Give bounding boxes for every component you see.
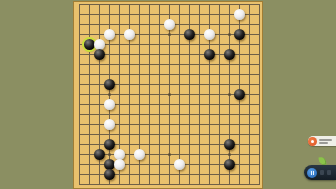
stone-black — [104, 79, 115, 90]
star-point — [108, 93, 111, 96]
notification-pill[interactable] — [308, 136, 336, 146]
go-board[interactable] — [73, 1, 263, 189]
stone-white — [174, 159, 185, 170]
star-point — [108, 153, 111, 156]
clock-icon-hand — [313, 171, 314, 175]
grid-line — [219, 4, 220, 185]
stone-black — [94, 49, 105, 60]
star-point — [168, 33, 171, 36]
clock-icon-hand — [311, 171, 312, 175]
record-icon — [308, 137, 317, 146]
notification-text-line — [319, 142, 328, 144]
stone-black — [94, 149, 105, 160]
stone-white — [104, 29, 115, 40]
star-point — [228, 153, 231, 156]
stone-white — [164, 19, 175, 30]
last-move-stone — [84, 39, 95, 50]
stone-black — [234, 89, 245, 100]
grid-line — [79, 134, 260, 135]
stone-white — [114, 159, 125, 170]
taskbar-widget[interactable] — [304, 165, 336, 180]
notification-text-line — [319, 139, 332, 141]
grid-line — [199, 4, 200, 185]
stone-black — [224, 49, 235, 60]
star-point — [228, 93, 231, 96]
grid-line — [259, 4, 260, 185]
stone-white — [134, 149, 145, 160]
widget-slot — [320, 170, 324, 175]
stone-white — [204, 29, 215, 40]
grid-line — [79, 184, 260, 185]
grid-line — [249, 4, 250, 185]
desktop-background — [0, 0, 336, 189]
grid-line — [179, 4, 180, 185]
stone-black — [224, 139, 235, 150]
stone-black — [184, 29, 195, 40]
grid-line — [79, 114, 260, 115]
stone-black — [104, 139, 115, 150]
stone-white — [124, 29, 135, 40]
stone-black — [104, 169, 115, 180]
widget-slot — [327, 170, 331, 175]
notification-text — [319, 139, 336, 144]
stone-black — [234, 29, 245, 40]
star-point — [168, 153, 171, 156]
stone-white — [234, 9, 245, 20]
stone-white — [104, 119, 115, 130]
record-icon-dot — [311, 140, 314, 143]
star-point — [168, 93, 171, 96]
stone-black — [204, 49, 215, 60]
clock-icon — [307, 168, 317, 178]
stone-white — [104, 99, 115, 110]
stone-black — [224, 159, 235, 170]
star-point — [228, 33, 231, 36]
